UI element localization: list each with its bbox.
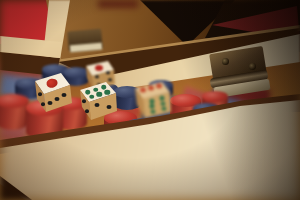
die-middle-pip-black-3	[95, 103, 100, 107]
die-middle-pip-green-5	[97, 92, 103, 97]
die-middle-pip-black-2	[85, 109, 89, 113]
die-middle-pip-green-4	[89, 95, 95, 100]
die-middle-pip-black-1	[82, 99, 86, 103]
die-middle-pip-green-6	[104, 90, 110, 95]
backgammon-case-photo	[0, 0, 300, 200]
die-middle-pip-black-4	[107, 105, 112, 109]
